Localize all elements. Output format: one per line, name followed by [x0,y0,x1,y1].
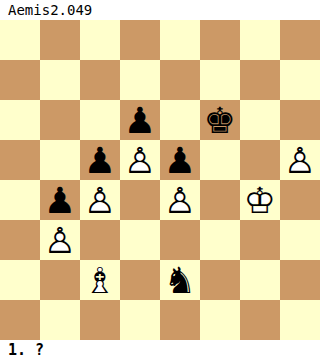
square-e4[interactable]: ♟♙ [160,180,200,220]
white-king: ♔ [240,180,280,220]
square-g2[interactable] [240,260,280,300]
square-e1[interactable] [160,300,200,340]
white-pawn: ♙ [80,180,120,220]
square-f2[interactable] [200,260,240,300]
square-c5[interactable]: ♟ [80,140,120,180]
square-g7[interactable] [240,60,280,100]
square-f1[interactable] [200,300,240,340]
white-pawn-fill: ♟ [160,180,200,220]
white-pawn-fill: ♟ [80,180,120,220]
square-f3[interactable] [200,220,240,260]
square-e6[interactable] [160,100,200,140]
square-g5[interactable] [240,140,280,180]
square-f4[interactable] [200,180,240,220]
square-b4[interactable]: ♟ [40,180,80,220]
square-b3[interactable]: ♟♙ [40,220,80,260]
white-pawn: ♙ [160,180,200,220]
black-pawn: ♟ [160,140,200,180]
square-d8[interactable] [120,20,160,60]
black-pawn: ♟ [120,100,160,140]
square-b8[interactable] [40,20,80,60]
square-b5[interactable] [40,140,80,180]
square-h6[interactable] [280,100,320,140]
square-b6[interactable] [40,100,80,140]
square-e5[interactable]: ♟ [160,140,200,180]
move-prompt: 1. ? [8,340,44,360]
chess-board: ♟♚♟♟♙♟♟♙♟♟♙♟♙♚♔♟♙♝♗♞ [0,20,320,340]
square-e2[interactable]: ♞ [160,260,200,300]
white-pawn: ♙ [40,220,80,260]
square-c8[interactable] [80,20,120,60]
square-e3[interactable] [160,220,200,260]
square-d6[interactable]: ♟ [120,100,160,140]
square-d1[interactable] [120,300,160,340]
square-a2[interactable] [0,260,40,300]
square-f7[interactable] [200,60,240,100]
square-d5[interactable]: ♟♙ [120,140,160,180]
white-bishop: ♗ [80,260,120,300]
black-knight: ♞ [160,260,200,300]
square-d2[interactable] [120,260,160,300]
square-a1[interactable] [0,300,40,340]
black-king: ♚ [200,100,240,140]
square-c6[interactable] [80,100,120,140]
square-e7[interactable] [160,60,200,100]
square-f6[interactable]: ♚ [200,100,240,140]
square-g6[interactable] [240,100,280,140]
title-bar: Aemis2.049 [0,0,320,20]
white-king-fill: ♚ [240,180,280,220]
square-b1[interactable] [40,300,80,340]
square-g1[interactable] [240,300,280,340]
square-h7[interactable] [280,60,320,100]
square-b2[interactable] [40,260,80,300]
square-e8[interactable] [160,20,200,60]
square-b7[interactable] [40,60,80,100]
square-f8[interactable] [200,20,240,60]
square-a8[interactable] [0,20,40,60]
square-a6[interactable] [0,100,40,140]
square-h5[interactable]: ♟♙ [280,140,320,180]
square-g8[interactable] [240,20,280,60]
white-pawn-fill: ♟ [40,220,80,260]
square-d3[interactable] [120,220,160,260]
square-c3[interactable] [80,220,120,260]
square-c4[interactable]: ♟♙ [80,180,120,220]
white-pawn: ♙ [280,140,320,180]
square-g3[interactable] [240,220,280,260]
white-pawn-fill: ♟ [280,140,320,180]
square-h2[interactable] [280,260,320,300]
square-a5[interactable] [0,140,40,180]
square-h8[interactable] [280,20,320,60]
white-pawn-fill: ♟ [120,140,160,180]
status-bar: 1. ? [0,340,320,360]
square-a4[interactable] [0,180,40,220]
square-h1[interactable] [280,300,320,340]
square-a7[interactable] [0,60,40,100]
square-d7[interactable] [120,60,160,100]
square-c1[interactable] [80,300,120,340]
square-h3[interactable] [280,220,320,260]
puzzle-title: Aemis2.049 [8,0,92,20]
black-pawn: ♟ [80,140,120,180]
white-pawn: ♙ [120,140,160,180]
square-g4[interactable]: ♚♔ [240,180,280,220]
square-a3[interactable] [0,220,40,260]
square-c2[interactable]: ♝♗ [80,260,120,300]
white-bishop-fill: ♝ [80,260,120,300]
square-c7[interactable] [80,60,120,100]
square-h4[interactable] [280,180,320,220]
black-pawn: ♟ [40,180,80,220]
square-d4[interactable] [120,180,160,220]
square-f5[interactable] [200,140,240,180]
